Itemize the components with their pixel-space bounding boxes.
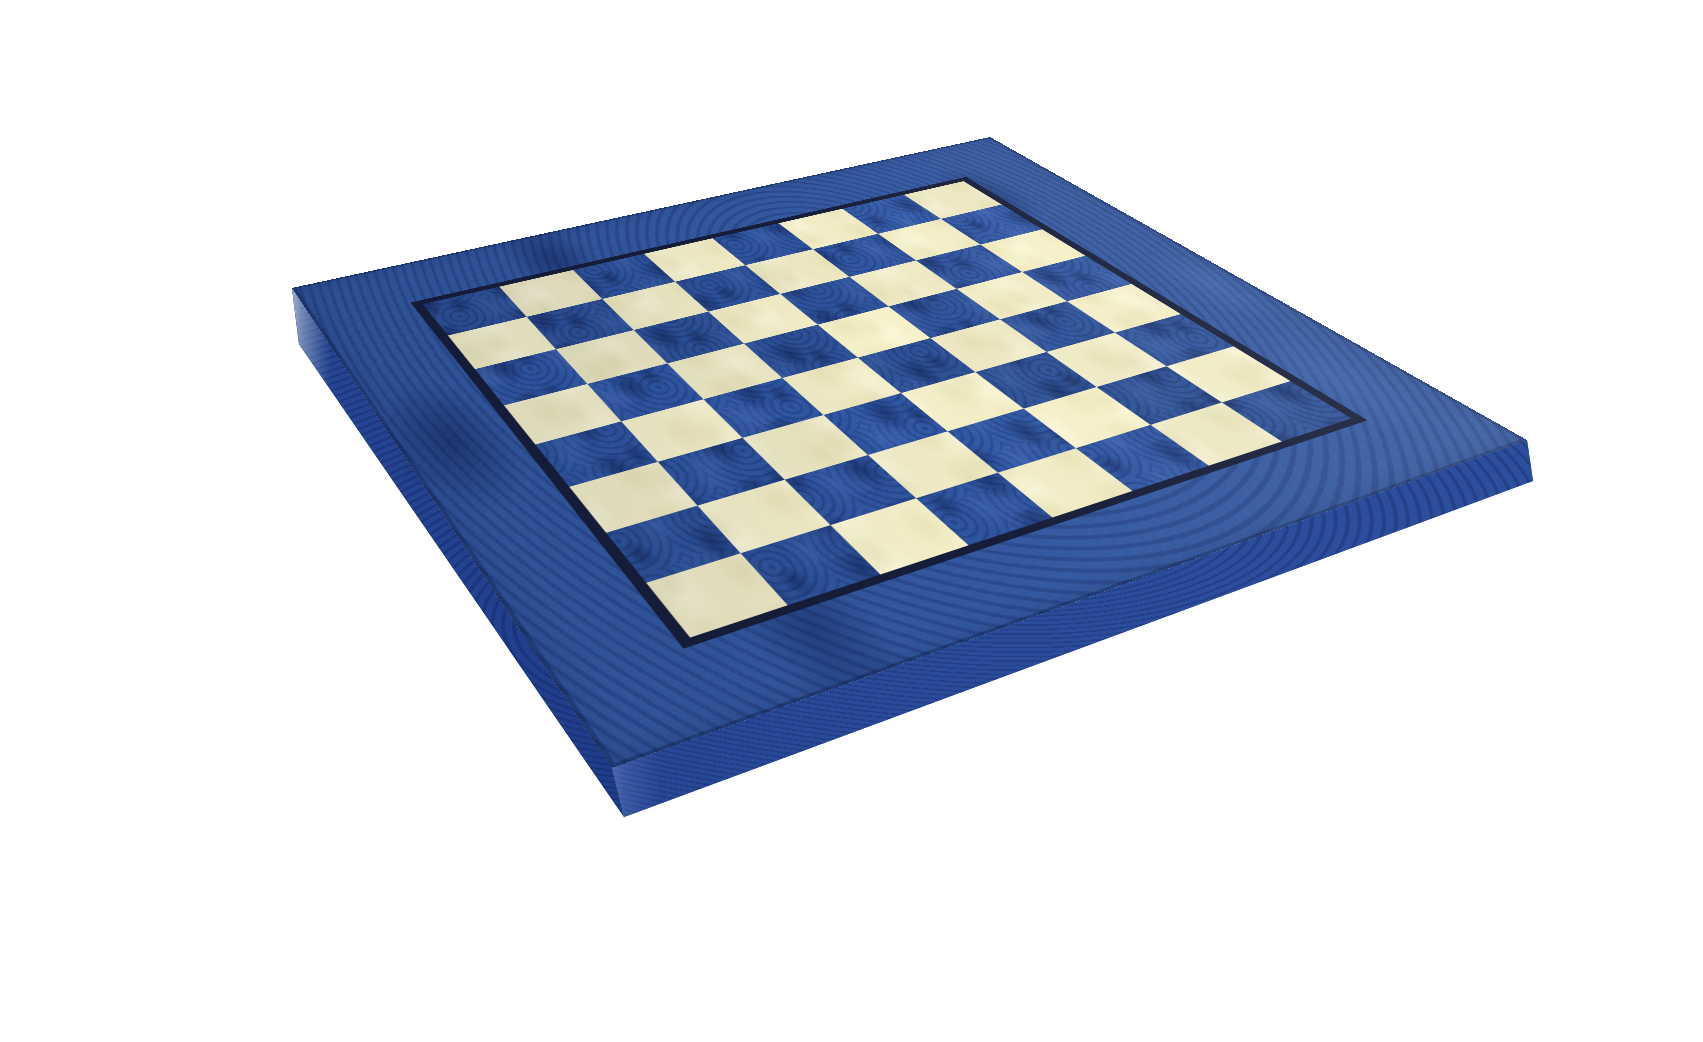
chess-board — [292, 137, 1527, 768]
scene — [0, 0, 1703, 1042]
